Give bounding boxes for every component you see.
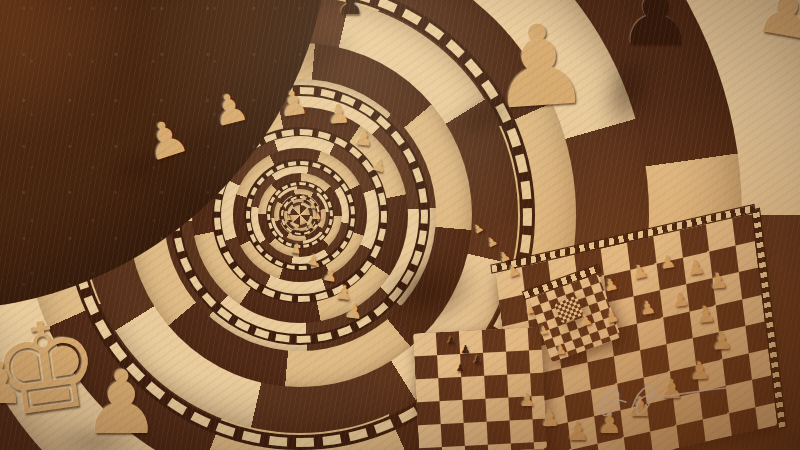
chess-piece-pawn: ♟	[276, 85, 310, 122]
chess-piece-pawn: ♟	[288, 241, 302, 256]
chess-piece-pawn: ♟	[658, 251, 677, 272]
chess-piece-pawn: ♟	[602, 275, 620, 294]
chess-piece-pawn: ♟	[710, 328, 733, 353]
chess-piece-pawn: ♟	[566, 418, 589, 444]
fractal-chessboard-photo: ♟♟♟♟♚♟♟♟♟♟♟♟♟♟♟♟♟♟♟♟♟♟♟♟♟♟♟♟♟♟♟♟♟♟♟♟♟♟♟♟…	[0, 0, 800, 450]
chess-piece-pawn: ♟	[461, 344, 471, 355]
chess-piece-pawn: ♟	[553, 343, 566, 357]
chess-piece-pawn: ♟	[618, 0, 693, 57]
chess-piece-pawn: ♟	[456, 363, 465, 373]
chess-piece-pawn: ♟	[309, 202, 316, 210]
chess-piece-pawn: ♟	[301, 195, 307, 202]
chess-piece-pawn: ♟	[537, 324, 549, 337]
chess-piece-pawn: ♟	[540, 408, 560, 430]
chess-piece-pawn: ♟	[208, 85, 252, 132]
chess-piece-pawn: ♟	[578, 312, 594, 329]
chess-piece-pawn: ♟	[519, 391, 535, 409]
chess-piece-pawn: ♟	[638, 297, 657, 318]
chess-piece-pawn: ♟	[484, 234, 499, 250]
chess-piece-pawn: ♟	[447, 336, 456, 346]
chess-piece-pawn: ♟	[82, 359, 161, 447]
chess-piece-pawn: ♟	[314, 212, 322, 221]
chess-piece-pawn: ♟	[473, 355, 483, 366]
chess-piece-pawn: ♟	[307, 222, 314, 230]
chess-piece-pawn: ♟	[630, 261, 650, 282]
chess-piece-pawn: ♟	[304, 252, 320, 269]
chess-piece-pawn: ♟	[525, 304, 536, 316]
chess-piece-pawn: ♟	[485, 7, 593, 126]
chess-piece-pawn: ♟	[707, 270, 728, 293]
chess-piece-pawn: ♟	[353, 127, 374, 150]
chess-piece-pawn: ♟	[504, 263, 521, 281]
chess-piece-pawn: ♟	[138, 110, 194, 169]
chess-piece-pawn: ♟	[695, 303, 717, 327]
chess-piece-pawn: ♟	[670, 289, 690, 310]
chess-piece-pawn: ♟	[471, 221, 485, 235]
chess-piece-pawn: ♟	[337, 0, 364, 19]
chess-piece-pawn: ♟	[0, 354, 25, 412]
chess-piece-pawn: ♟	[369, 156, 388, 176]
chess-piece-pawn: ♟	[343, 300, 364, 323]
chess-piece-pawn: ♟	[286, 215, 292, 222]
chess-piece-pawn: ♟	[603, 307, 620, 326]
chess-piece-pawn: ♟	[752, 0, 800, 50]
chess-piece-pawn: ♟	[685, 256, 706, 278]
artist-signature	[592, 376, 730, 428]
chess-piece-pawn: ♟	[293, 224, 300, 232]
chess-piece-pawn: ♟	[326, 100, 351, 128]
